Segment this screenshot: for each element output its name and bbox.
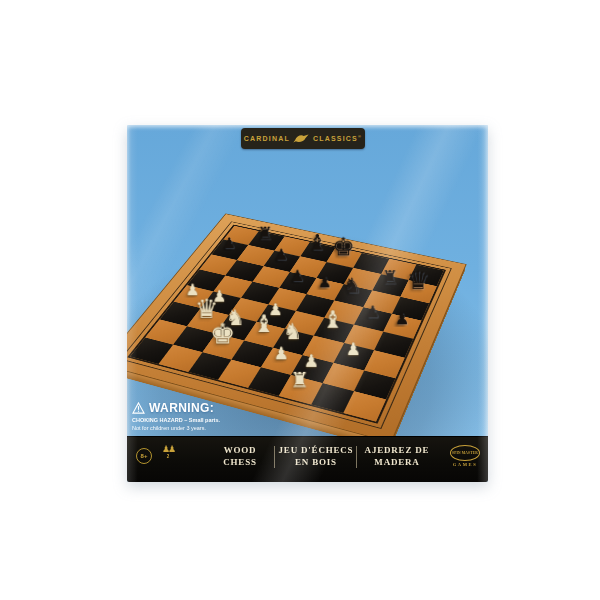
product-box: CARDINAL CLASSICS® ♜♝♚♟♟♜♛♟♟♞♟♟♟♟♟♝♛♞♝♞♟… xyxy=(127,125,488,482)
warning-line-2: Not for children under 3 years. xyxy=(132,424,262,432)
warning-line-1: CHOKING HAZARD – Small parts. xyxy=(132,416,262,424)
title-english: WOOD CHESS xyxy=(205,444,275,468)
players-pieces-glyphs: ♟♟ xyxy=(158,445,178,454)
product-photo: CARDINAL CLASSICS® ♜♝♚♟♟♜♛♟♟♞♟♟♟♟♟♝♛♞♝♞♟… xyxy=(0,0,600,600)
title-spanish-line1: AJEDREZ DE xyxy=(359,444,435,456)
square-a2 xyxy=(145,319,187,344)
divider-1 xyxy=(274,446,275,468)
cardinal-bird-icon xyxy=(293,133,310,144)
title-french-line2: EN BOIS xyxy=(277,456,355,468)
title-spanish: AJEDREZ DE MADERA xyxy=(359,444,435,468)
publisher-games-label: GAMES xyxy=(447,462,483,467)
warning-heading: WARNING: xyxy=(149,401,214,415)
piece-black-rook: ♜ xyxy=(252,213,279,242)
age-badge-icon: 8+ xyxy=(136,448,152,464)
brand-banner: CARDINAL CLASSICS® xyxy=(241,128,365,149)
publisher-logo: SPIN MASTER GAMES xyxy=(447,445,483,467)
brand-classics-text: CLASSICS® xyxy=(313,134,362,142)
title-spanish-line2: MADERA xyxy=(359,456,435,468)
warning-triangle-icon xyxy=(132,402,145,414)
piece-black-bishop: ♝ xyxy=(303,224,331,254)
title-english-line2: CHESS xyxy=(205,456,275,468)
players-icon: ♟♟ 2 xyxy=(158,445,178,459)
bottom-bar: 8+ ♟♟ 2 WOOD CHESS JEU D'ÉCHECS EN BOIS … xyxy=(127,436,488,482)
title-french: JEU D'ÉCHECS EN BOIS xyxy=(277,444,355,468)
title-french-line1: JEU D'ÉCHECS xyxy=(277,444,355,456)
age-badge-label: 8+ xyxy=(141,453,148,459)
publisher-name: SPIN MASTER xyxy=(450,445,480,461)
divider-2 xyxy=(356,446,357,468)
title-english-line1: WOOD xyxy=(205,444,275,456)
trademark-symbol: ® xyxy=(358,134,362,139)
warning-label: WARNING: CHOKING HAZARD – Small parts. N… xyxy=(132,401,262,433)
players-count-label: 2 xyxy=(158,454,178,459)
square-h6 xyxy=(392,297,429,321)
square-e1 xyxy=(248,367,291,396)
brand-cardinal-text: CARDINAL xyxy=(244,135,290,142)
